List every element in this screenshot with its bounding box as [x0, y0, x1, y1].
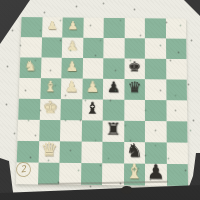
square-r6c1[interactable]: [17, 120, 39, 141]
square-r4c7[interactable]: [145, 79, 166, 100]
square-r4c3[interactable]: ♟: [61, 78, 82, 99]
square-r7c2[interactable]: ♛: [38, 141, 60, 163]
chess-board: ♟♟♟♞♟♚♝♟♟♟♛♚♝♜♛♞♝♟: [16, 17, 188, 186]
white-king[interactable]: ♚: [43, 99, 58, 115]
square-r2c2[interactable]: [41, 37, 62, 58]
square-r2c5[interactable]: [103, 38, 124, 59]
square-r3c1[interactable]: ♞: [20, 57, 41, 78]
square-r1c1[interactable]: [21, 17, 42, 37]
square-r8c6[interactable]: ♝: [124, 163, 146, 185]
square-r6c3[interactable]: [60, 120, 82, 141]
square-r1c7[interactable]: [145, 18, 166, 38]
square-r7c5[interactable]: [102, 142, 123, 164]
square-r4c4[interactable]: ♟: [82, 79, 103, 100]
square-r1c2[interactable]: ♟: [42, 17, 63, 37]
square-r3c4[interactable]: [82, 58, 103, 79]
black-bishop[interactable]: ♝: [85, 100, 100, 116]
photo-background: ♟♟♟♞♟♚♝♟♟♟♛♚♝♜♛♞♝♟ 2: [0, 0, 200, 200]
square-r1c8[interactable]: [165, 18, 186, 38]
square-r4c1[interactable]: [19, 78, 41, 99]
square-r6c7[interactable]: [145, 121, 166, 142]
smudge-artifact: [120, 185, 132, 194]
black-pawn[interactable]: ♟: [147, 162, 165, 182]
square-r5c6[interactable]: [124, 100, 145, 121]
white-pawn[interactable]: ♟: [65, 80, 79, 95]
black-knight[interactable]: ♞: [126, 141, 143, 160]
square-r7c4[interactable]: [81, 142, 103, 164]
square-r8c8[interactable]: [166, 164, 188, 186]
square-r7c8[interactable]: [166, 142, 188, 164]
square-r3c2[interactable]: [40, 58, 61, 79]
square-r8c2[interactable]: [38, 163, 60, 185]
square-r8c5[interactable]: [102, 163, 124, 185]
black-rook[interactable]: ♜: [105, 120, 121, 138]
square-r3c5[interactable]: [103, 58, 124, 79]
square-r3c7[interactable]: [145, 59, 166, 80]
square-r4c6[interactable]: ♛: [124, 79, 145, 100]
square-r3c8[interactable]: [166, 59, 187, 80]
square-r1c5[interactable]: [104, 18, 125, 38]
white-pawn[interactable]: ♟: [86, 80, 100, 95]
square-r5c8[interactable]: [166, 100, 187, 121]
square-r3c6[interactable]: ♚: [124, 58, 145, 79]
square-r2c1[interactable]: [20, 37, 41, 57]
black-pawn[interactable]: ♟: [107, 80, 121, 95]
square-r2c3[interactable]: ♟: [62, 38, 83, 59]
square-r8c4[interactable]: [81, 163, 103, 185]
square-r2c8[interactable]: [166, 39, 187, 60]
square-r5c4[interactable]: ♝: [82, 99, 103, 120]
square-r7c3[interactable]: [59, 141, 81, 163]
square-r3c3[interactable]: ♟: [61, 58, 82, 79]
square-r4c5[interactable]: ♟: [103, 79, 124, 100]
white-pawn[interactable]: ♟: [66, 40, 78, 53]
square-r7c1[interactable]: [17, 141, 39, 163]
square-r1c3[interactable]: ♟: [62, 17, 83, 37]
square-r5c7[interactable]: [145, 100, 166, 121]
square-r6c8[interactable]: [166, 121, 187, 142]
square-r5c3[interactable]: [60, 99, 81, 120]
black-queen[interactable]: ♛: [128, 80, 142, 95]
white-queen[interactable]: ♛: [40, 140, 57, 159]
white-knight[interactable]: ♞: [24, 59, 37, 73]
square-r4c2[interactable]: ♝: [40, 78, 61, 99]
square-r6c5[interactable]: ♜: [102, 121, 123, 142]
square-r4c8[interactable]: [166, 79, 187, 100]
square-r5c1[interactable]: [18, 99, 40, 120]
photo-grain-green: [0, 0, 1, 1]
square-r1c6[interactable]: [124, 18, 145, 38]
square-r1c4[interactable]: [83, 18, 104, 38]
square-r8c7[interactable]: ♟: [145, 164, 167, 186]
square-r5c2[interactable]: ♚: [39, 99, 61, 120]
photo-grain-dark: [0, 0, 1, 1]
white-bishop[interactable]: ♝: [44, 79, 58, 94]
black-king[interactable]: ♚: [128, 60, 141, 74]
white-pawn[interactable]: ♟: [65, 60, 78, 74]
square-r2c4[interactable]: [83, 38, 104, 59]
white-pawn[interactable]: ♟: [47, 20, 58, 32]
white-bishop[interactable]: ♝: [125, 162, 143, 182]
square-r2c6[interactable]: [124, 38, 145, 59]
square-r6c4[interactable]: [81, 120, 102, 141]
square-r8c3[interactable]: [59, 163, 81, 185]
white-pawn[interactable]: ♟: [67, 20, 78, 32]
square-r2c7[interactable]: [145, 38, 166, 59]
